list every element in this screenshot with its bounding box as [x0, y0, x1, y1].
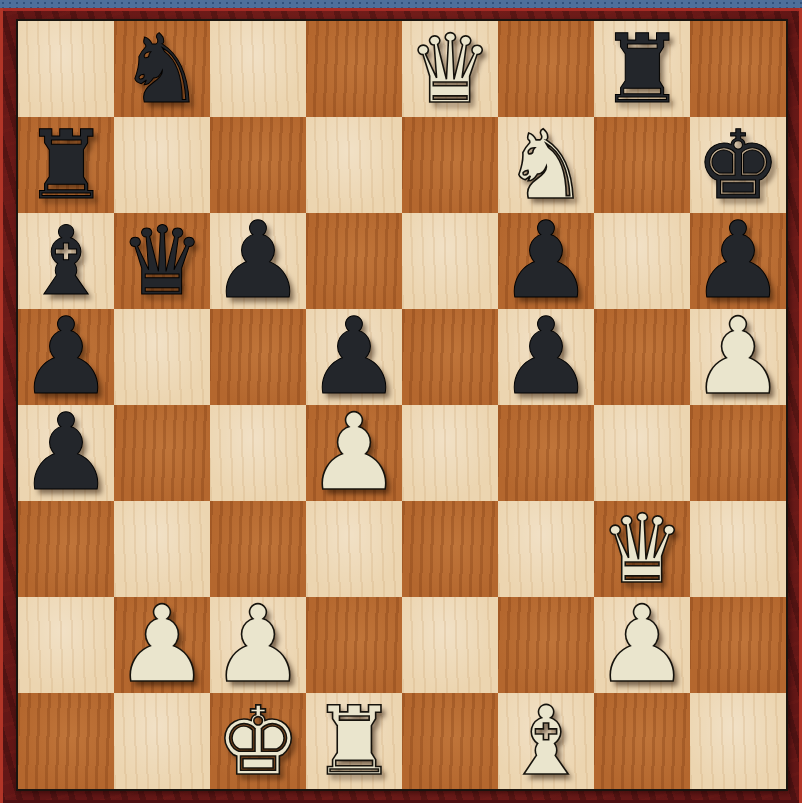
black-bishop: ♝: [23, 213, 108, 309]
black-pawn: ♟: [18, 309, 113, 405]
white-king: ♚: [215, 693, 300, 789]
square-h3[interactable]: [690, 501, 786, 597]
square-e2[interactable]: [402, 597, 498, 693]
square-f6[interactable]: ♟: [498, 213, 594, 309]
black-pawn: ♟: [210, 213, 305, 309]
square-f5[interactable]: ♟: [498, 309, 594, 405]
square-a4[interactable]: ♟: [18, 405, 114, 501]
square-a2[interactable]: [18, 597, 114, 693]
square-f7[interactable]: ♞: [498, 117, 594, 213]
white-pawn: ♟: [594, 597, 689, 693]
square-e3[interactable]: [402, 501, 498, 597]
square-a5[interactable]: ♟: [18, 309, 114, 405]
square-g5[interactable]: [594, 309, 690, 405]
square-d3[interactable]: [306, 501, 402, 597]
black-queen: ♛: [119, 213, 204, 309]
square-b1[interactable]: [114, 693, 210, 789]
black-rook: ♜: [599, 21, 684, 117]
square-g7[interactable]: [594, 117, 690, 213]
square-a7[interactable]: ♜: [18, 117, 114, 213]
square-g3[interactable]: ♛: [594, 501, 690, 597]
square-a3[interactable]: [18, 501, 114, 597]
square-g8[interactable]: ♜: [594, 21, 690, 117]
square-h5[interactable]: ♟: [690, 309, 786, 405]
square-c1[interactable]: ♚: [210, 693, 306, 789]
square-d2[interactable]: [306, 597, 402, 693]
square-e6[interactable]: [402, 213, 498, 309]
square-a6[interactable]: ♝: [18, 213, 114, 309]
square-c3[interactable]: [210, 501, 306, 597]
white-pawn: ♟: [690, 309, 785, 405]
white-bishop: ♝: [503, 693, 588, 789]
square-c6[interactable]: ♟: [210, 213, 306, 309]
white-queen: ♛: [599, 501, 684, 597]
square-b6[interactable]: ♛: [114, 213, 210, 309]
square-g6[interactable]: [594, 213, 690, 309]
black-knight: ♞: [119, 21, 204, 117]
square-b2[interactable]: ♟: [114, 597, 210, 693]
square-f1[interactable]: ♝: [498, 693, 594, 789]
square-f8[interactable]: [498, 21, 594, 117]
square-e7[interactable]: [402, 117, 498, 213]
white-queen: ♛: [407, 21, 492, 117]
black-pawn: ♟: [498, 213, 593, 309]
square-h6[interactable]: ♟: [690, 213, 786, 309]
square-b4[interactable]: [114, 405, 210, 501]
square-f4[interactable]: [498, 405, 594, 501]
square-d1[interactable]: ♜: [306, 693, 402, 789]
square-c8[interactable]: [210, 21, 306, 117]
white-pawn: ♟: [306, 405, 401, 501]
square-e4[interactable]: [402, 405, 498, 501]
square-g2[interactable]: ♟: [594, 597, 690, 693]
black-rook: ♜: [23, 117, 108, 213]
square-d8[interactable]: [306, 21, 402, 117]
black-pawn: ♟: [690, 213, 785, 309]
square-f2[interactable]: [498, 597, 594, 693]
square-b8[interactable]: ♞: [114, 21, 210, 117]
square-g4[interactable]: [594, 405, 690, 501]
square-d5[interactable]: ♟: [306, 309, 402, 405]
square-c7[interactable]: [210, 117, 306, 213]
square-c4[interactable]: [210, 405, 306, 501]
white-knight: ♞: [503, 117, 588, 213]
square-a1[interactable]: [18, 693, 114, 789]
square-h1[interactable]: [690, 693, 786, 789]
square-h8[interactable]: [690, 21, 786, 117]
board-frame: ♞♛♜♜♞♚♝♛♟♟♟♟♟♟♟♟♟♛♟♟♟♚♜♝: [0, 8, 802, 803]
square-a8[interactable]: [18, 21, 114, 117]
white-pawn: ♟: [114, 597, 209, 693]
square-d4[interactable]: ♟: [306, 405, 402, 501]
square-f3[interactable]: [498, 501, 594, 597]
window-edge-strip: [0, 0, 802, 8]
square-h2[interactable]: [690, 597, 786, 693]
square-c5[interactable]: [210, 309, 306, 405]
square-h7[interactable]: ♚: [690, 117, 786, 213]
white-pawn: ♟: [210, 597, 305, 693]
square-b5[interactable]: [114, 309, 210, 405]
black-pawn: ♟: [18, 405, 113, 501]
square-h4[interactable]: [690, 405, 786, 501]
black-pawn: ♟: [306, 309, 401, 405]
square-g1[interactable]: [594, 693, 690, 789]
square-b7[interactable]: [114, 117, 210, 213]
square-d7[interactable]: [306, 117, 402, 213]
square-e8[interactable]: ♛: [402, 21, 498, 117]
white-rook: ♜: [311, 693, 396, 789]
square-e5[interactable]: [402, 309, 498, 405]
chess-board: ♞♛♜♜♞♚♝♛♟♟♟♟♟♟♟♟♟♛♟♟♟♚♜♝: [16, 19, 788, 791]
square-e1[interactable]: [402, 693, 498, 789]
black-king: ♚: [695, 117, 780, 213]
black-pawn: ♟: [498, 309, 593, 405]
square-d6[interactable]: [306, 213, 402, 309]
square-c2[interactable]: ♟: [210, 597, 306, 693]
square-b3[interactable]: [114, 501, 210, 597]
